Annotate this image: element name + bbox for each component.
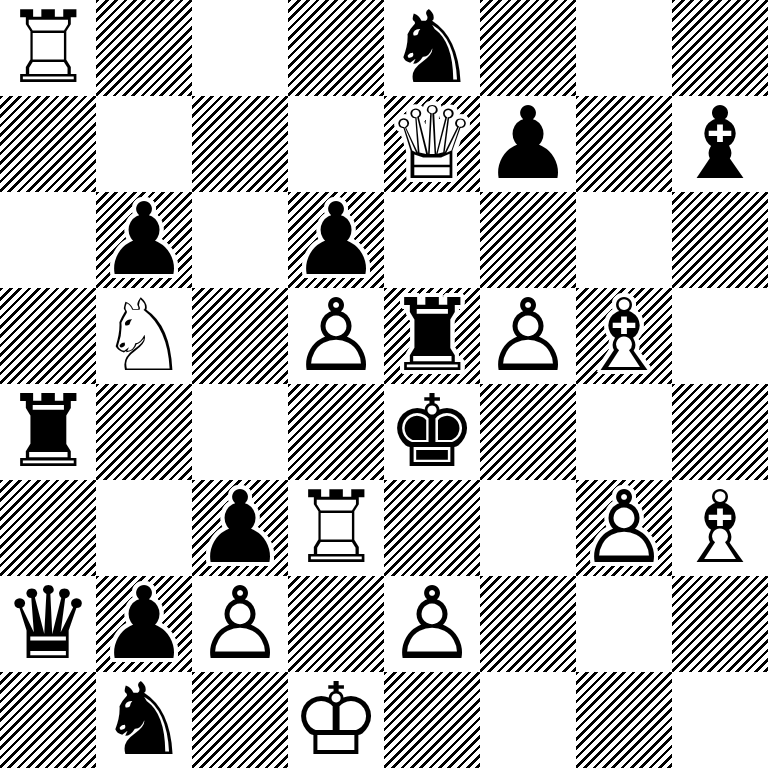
black-king-piece: ♚	[384, 384, 480, 480]
square-b5[interactable]: ♞♘	[96, 288, 192, 384]
square-c2[interactable]: ♟♙	[192, 576, 288, 672]
piece-solid-layer: ♝	[672, 96, 768, 192]
square-g8[interactable]	[576, 0, 672, 96]
piece-solid-layer: ♛	[0, 576, 96, 672]
square-c4[interactable]	[192, 384, 288, 480]
square-d4[interactable]	[288, 384, 384, 480]
piece-outline-layer: ♗	[576, 288, 672, 384]
piece-solid-layer: ♜	[0, 384, 96, 480]
square-g1[interactable]	[576, 672, 672, 768]
piece-solid-layer: ♚	[384, 384, 480, 480]
square-f8[interactable]	[480, 0, 576, 96]
black-pawn-piece: ♟	[480, 96, 576, 192]
piece-outline-layer: ♙	[288, 288, 384, 384]
square-c3[interactable]: ♟	[192, 480, 288, 576]
square-d1[interactable]: ♚♔	[288, 672, 384, 768]
white-pawn-piece: ♟♙	[192, 576, 288, 672]
piece-solid-layer: ♟	[96, 192, 192, 288]
square-h5[interactable]	[672, 288, 768, 384]
piece-outline-layer: ♙	[480, 288, 576, 384]
black-pawn-piece: ♟	[288, 192, 384, 288]
square-h7[interactable]: ♝	[672, 96, 768, 192]
piece-fill-layer: ♟	[384, 576, 480, 672]
square-g6[interactable]	[576, 192, 672, 288]
square-g2[interactable]	[576, 576, 672, 672]
black-rook-piece: ♜	[384, 288, 480, 384]
black-rook-piece: ♜	[0, 384, 96, 480]
piece-solid-layer: ♜	[384, 288, 480, 384]
square-a6[interactable]	[0, 192, 96, 288]
piece-fill-layer: ♛	[384, 96, 480, 192]
white-rook-piece: ♜♖	[288, 480, 384, 576]
white-pawn-piece: ♟♙	[384, 576, 480, 672]
piece-outline-layer: ♗	[672, 480, 768, 576]
square-d3[interactable]: ♜♖	[288, 480, 384, 576]
square-f4[interactable]	[480, 384, 576, 480]
white-pawn-piece: ♟♙	[576, 480, 672, 576]
square-b2[interactable]: ♟	[96, 576, 192, 672]
piece-solid-layer: ♟	[192, 480, 288, 576]
square-a2[interactable]: ♛	[0, 576, 96, 672]
square-c6[interactable]	[192, 192, 288, 288]
piece-outline-layer: ♙	[384, 576, 480, 672]
square-f1[interactable]	[480, 672, 576, 768]
piece-outline-layer: ♖	[0, 0, 96, 96]
square-a8[interactable]: ♜♖	[0, 0, 96, 96]
black-knight-piece: ♞	[96, 672, 192, 768]
square-b7[interactable]	[96, 96, 192, 192]
square-f7[interactable]: ♟	[480, 96, 576, 192]
piece-fill-layer: ♝	[672, 480, 768, 576]
piece-fill-layer: ♟	[576, 480, 672, 576]
white-knight-piece: ♞♘	[96, 288, 192, 384]
square-e7[interactable]: ♛♕	[384, 96, 480, 192]
white-pawn-piece: ♟♙	[480, 288, 576, 384]
square-e8[interactable]: ♞	[384, 0, 480, 96]
white-king-piece: ♚♔	[288, 672, 384, 768]
piece-fill-layer: ♟	[288, 288, 384, 384]
white-bishop-piece: ♝♗	[576, 288, 672, 384]
square-h1[interactable]	[672, 672, 768, 768]
piece-fill-layer: ♟	[480, 288, 576, 384]
square-c1[interactable]	[192, 672, 288, 768]
square-g7[interactable]	[576, 96, 672, 192]
square-b3[interactable]	[96, 480, 192, 576]
square-a7[interactable]	[0, 96, 96, 192]
piece-fill-layer: ♚	[288, 672, 384, 768]
black-bishop-piece: ♝	[672, 96, 768, 192]
piece-solid-layer: ♞	[96, 672, 192, 768]
piece-outline-layer: ♙	[192, 576, 288, 672]
square-f6[interactable]	[480, 192, 576, 288]
black-knight-piece: ♞	[384, 0, 480, 96]
piece-solid-layer: ♟	[96, 576, 192, 672]
black-pawn-piece: ♟	[96, 576, 192, 672]
piece-solid-layer: ♟	[480, 96, 576, 192]
piece-outline-layer: ♔	[288, 672, 384, 768]
white-pawn-piece: ♟♙	[288, 288, 384, 384]
square-g3[interactable]: ♟♙	[576, 480, 672, 576]
square-h4[interactable]	[672, 384, 768, 480]
piece-solid-layer: ♟	[288, 192, 384, 288]
black-queen-piece: ♛	[0, 576, 96, 672]
piece-fill-layer: ♝	[576, 288, 672, 384]
white-bishop-piece: ♝♗	[672, 480, 768, 576]
square-h3[interactable]: ♝♗	[672, 480, 768, 576]
square-b8[interactable]	[96, 0, 192, 96]
piece-fill-layer: ♞	[96, 288, 192, 384]
square-e4[interactable]: ♚	[384, 384, 480, 480]
square-b4[interactable]	[96, 384, 192, 480]
square-f2[interactable]	[480, 576, 576, 672]
square-c5[interactable]	[192, 288, 288, 384]
chess-board: ♜♖♞♛♕♟♝♟♟♞♘♟♙♜♟♙♝♗♜♚♟♜♖♟♙♝♗♛♟♟♙♟♙♞♚♔	[0, 0, 768, 768]
square-g4[interactable]	[576, 384, 672, 480]
white-queen-piece: ♛♕	[384, 96, 480, 192]
square-e2[interactable]: ♟♙	[384, 576, 480, 672]
square-d8[interactable]	[288, 0, 384, 96]
square-d7[interactable]	[288, 96, 384, 192]
piece-fill-layer: ♟	[192, 576, 288, 672]
square-f5[interactable]: ♟♙	[480, 288, 576, 384]
square-f3[interactable]	[480, 480, 576, 576]
piece-outline-layer: ♖	[288, 480, 384, 576]
square-d2[interactable]	[288, 576, 384, 672]
square-e6[interactable]	[384, 192, 480, 288]
square-a5[interactable]	[0, 288, 96, 384]
square-a4[interactable]: ♜	[0, 384, 96, 480]
square-e5[interactable]: ♜	[384, 288, 480, 384]
square-b6[interactable]: ♟	[96, 192, 192, 288]
piece-solid-layer: ♞	[384, 0, 480, 96]
black-pawn-piece: ♟	[96, 192, 192, 288]
piece-fill-layer: ♜	[0, 0, 96, 96]
square-a3[interactable]	[0, 480, 96, 576]
square-c8[interactable]	[192, 0, 288, 96]
square-e3[interactable]	[384, 480, 480, 576]
square-g5[interactable]: ♝♗	[576, 288, 672, 384]
square-a1[interactable]	[0, 672, 96, 768]
square-h6[interactable]	[672, 192, 768, 288]
white-rook-piece: ♜♖	[0, 0, 96, 96]
black-pawn-piece: ♟	[192, 480, 288, 576]
square-d6[interactable]: ♟	[288, 192, 384, 288]
piece-outline-layer: ♙	[576, 480, 672, 576]
square-e1[interactable]	[384, 672, 480, 768]
piece-outline-layer: ♘	[96, 288, 192, 384]
square-d5[interactable]: ♟♙	[288, 288, 384, 384]
piece-fill-layer: ♜	[288, 480, 384, 576]
square-h8[interactable]	[672, 0, 768, 96]
square-h2[interactable]	[672, 576, 768, 672]
piece-outline-layer: ♕	[384, 96, 480, 192]
square-b1[interactable]: ♞	[96, 672, 192, 768]
square-c7[interactable]	[192, 96, 288, 192]
